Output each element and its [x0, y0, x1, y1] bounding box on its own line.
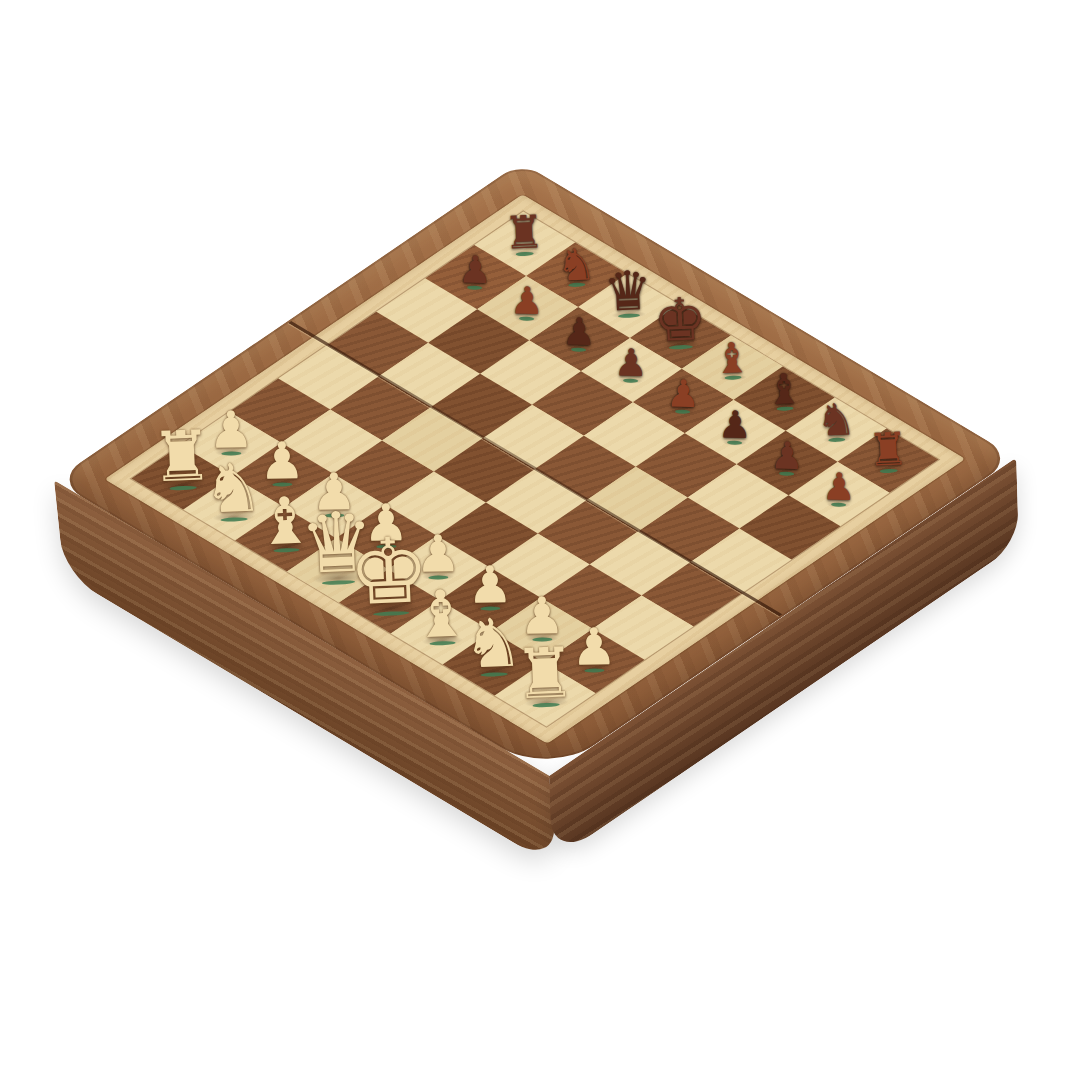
chess-set-photo: ♜♞♛♚♝♝♞♜♟♟♟♟♟♟♟♟♟♟♟♟♟♟♟♟♜♞♝♛♚♝♞♜	[0, 0, 1080, 1080]
board-box-top	[54, 162, 1016, 776]
